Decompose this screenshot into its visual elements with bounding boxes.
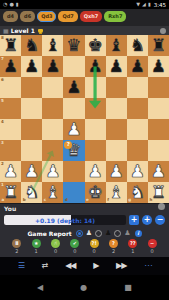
white-knight-g1: ♞ [130, 184, 145, 201]
square-h4[interactable] [148, 119, 169, 140]
black-moves-filter-radio[interactable] [95, 230, 102, 237]
increase-button[interactable]: + [142, 215, 152, 225]
storage-icon: ▮ [16, 2, 19, 7]
classification-brilliant[interactable]: ★1 [32, 239, 41, 254]
move-chip-rxh7[interactable]: Rxh7 [104, 11, 126, 22]
file-coordinate: b [23, 198, 26, 202]
white-pawn-e2: ♟ [87, 163, 102, 180]
white-rook-h1: ♜ [151, 184, 166, 201]
square-d4[interactable]: ♟ [63, 119, 84, 140]
mistake-count: 2 [112, 249, 115, 254]
fast-forward-button[interactable]: ▶▶ [116, 262, 126, 270]
great-count: 0 [54, 249, 57, 254]
square-a4[interactable]: 4 [0, 119, 21, 140]
square-b6[interactable] [21, 77, 42, 98]
file-coordinate: g [128, 198, 131, 202]
square-g6[interactable] [127, 77, 148, 98]
square-g8[interactable]: ♞ [127, 35, 148, 56]
android-nav-bar: ◀●■ [0, 275, 169, 300]
level-bar: ▦ Level 1 [0, 26, 169, 35]
player-row: You [0, 203, 169, 213]
square-b2[interactable]: ♟ [21, 161, 42, 182]
book-count: 2 [15, 249, 18, 254]
square-h2[interactable]: ♟ [148, 161, 169, 182]
blunder-count: 1 [131, 249, 134, 254]
black-bishop-f8: ♝ [109, 37, 124, 54]
move-chip-qd7[interactable]: Qd7 [58, 11, 77, 22]
rewind-button[interactable]: ◀◀ [65, 262, 75, 270]
square-g4[interactable] [127, 119, 148, 140]
black-bishop-c8: ♝ [45, 37, 60, 54]
white-pawn-f2: ♟ [109, 163, 124, 180]
evaluation-text: +0.19 (depth: 14) [4, 215, 126, 225]
square-a2[interactable]: 2♟ [0, 161, 21, 182]
book-icon: Ⅱ [12, 239, 21, 248]
square-b1[interactable]: b♞ [21, 182, 42, 203]
inaccuracy-count: 0 [93, 249, 96, 254]
blunder-icon: ?? [128, 239, 137, 248]
wifi-icon: ▼ [136, 2, 140, 7]
square-d7[interactable] [63, 56, 84, 77]
square-c3[interactable] [42, 140, 63, 161]
square-h6[interactable] [148, 77, 169, 98]
great-icon: ☝ [51, 239, 60, 248]
square-f7[interactable]: ♟ [106, 56, 127, 77]
black-pawn-a7: ♟ [3, 58, 18, 75]
square-a6[interactable]: 6 [0, 77, 21, 98]
square-d8[interactable]: ♛ [63, 35, 84, 56]
rank-coordinate: 4 [1, 120, 4, 124]
black-pawn-c7: ♟ [45, 58, 60, 75]
white-pawn-a2: ♟ [3, 163, 18, 180]
app-toolbar: ☰⇄◀◀▶▶▶⋯ [0, 257, 169, 275]
classification-best[interactable]: ✔0 [70, 239, 79, 254]
square-g7[interactable]: ♟ [127, 56, 148, 77]
square-f2[interactable]: ♟ [106, 161, 127, 182]
square-f6[interactable] [106, 77, 127, 98]
black-knight-g8: ♞ [130, 37, 145, 54]
square-h8[interactable]: ♜ [148, 35, 169, 56]
all-moves-filter-radio[interactable] [114, 230, 121, 237]
square-b5[interactable] [21, 98, 42, 119]
menu-button[interactable]: ☰ [18, 262, 24, 270]
chess-board: 8♜♞♝♛♚♝♞♜7♟♟♟♟♟♟♟6♟54♟3♛2♟♟♟♟♟♟♟1a♜b♞c♝d… [0, 35, 169, 203]
overlay-handle[interactable] [160, 28, 166, 34]
square-a5[interactable]: 5 [0, 98, 21, 119]
square-c2[interactable]: ♟ [42, 161, 63, 182]
status-notification-icons: ◔ ● ▮ [3, 2, 19, 7]
move-chip-qd3[interactable]: Qd3 [37, 11, 56, 22]
more-button[interactable]: ⋯ [144, 262, 151, 270]
white-king-e1: ♚ [87, 184, 102, 201]
all-moves-filter-pawn-icon: ♟ [124, 230, 130, 237]
square-d2[interactable] [63, 161, 84, 182]
black-queen-d8: ♛ [66, 37, 81, 54]
square-d6[interactable]: ♟ [63, 77, 84, 98]
signal-icon: ◢ [142, 2, 146, 7]
rank-coordinate: 5 [1, 99, 4, 103]
square-e7[interactable]: ♟ [85, 56, 106, 77]
classification-mistake[interactable]: ?2 [109, 239, 118, 254]
add-engine-button[interactable]: + [129, 215, 139, 225]
square-h1[interactable]: h♜ [148, 182, 169, 203]
black-king-e8: ♚ [87, 37, 102, 54]
white-knight-b1: ♞ [24, 184, 39, 201]
square-g2[interactable]: ♟ [127, 161, 148, 182]
square-f1[interactable]: f♝ [106, 182, 127, 203]
rank-coordinate: 8 [1, 36, 4, 40]
rank-coordinate: 6 [1, 78, 4, 82]
white-rook-a1: ♜ [3, 184, 18, 201]
square-c5[interactable] [42, 98, 63, 119]
back-button[interactable]: ◀ [37, 284, 43, 292]
file-coordinate: f [107, 198, 109, 202]
overlay-handle-2[interactable] [158, 203, 165, 210]
square-f8[interactable]: ♝ [106, 35, 127, 56]
square-f5[interactable] [106, 98, 127, 119]
black-knight-b8: ♞ [24, 37, 39, 54]
evaluation-bar: +0.19 (depth: 14) [4, 215, 126, 225]
rank-coordinate: 2 [1, 162, 4, 166]
square-c7[interactable]: ♟ [42, 56, 63, 77]
square-g1[interactable]: g♞ [127, 182, 148, 203]
white-pawn-c2: ♟ [45, 163, 60, 180]
replay-button[interactable]: ⇄ [42, 262, 48, 270]
square-h5[interactable] [148, 98, 169, 119]
black-pawn-f7: ♟ [109, 58, 124, 75]
white-pawn-h2: ♟ [151, 163, 166, 180]
square-c6[interactable] [42, 77, 63, 98]
clock-icon: ◔ [3, 2, 7, 7]
move-chip-qxh7[interactable]: Qxh7 [80, 11, 103, 22]
square-d1[interactable]: d [63, 182, 84, 203]
square-e2[interactable]: ♟ [85, 161, 106, 182]
move-chip-d6[interactable]: d6 [20, 11, 35, 22]
square-e1[interactable]: e♚ [85, 182, 106, 203]
rank-coordinate: 7 [1, 57, 4, 61]
square-a8[interactable]: 8♜ [0, 35, 21, 56]
square-g3[interactable] [127, 140, 148, 161]
report-filters: ♟♟♟ [76, 230, 131, 237]
recents-button[interactable]: ■ [124, 284, 132, 292]
game-report-header: Game Report ♟♟♟ i [0, 227, 169, 239]
decrease-button[interactable]: − [155, 215, 165, 225]
square-b3[interactable] [21, 140, 42, 161]
square-e5[interactable] [85, 98, 106, 119]
square-c8[interactable]: ♝ [42, 35, 63, 56]
white-bishop-c1: ♝ [45, 184, 60, 201]
report-classifications: Ⅱ2★1☝0✔0?!0?2??1−0 [0, 239, 169, 257]
black-rook-h8: ♜ [151, 37, 166, 54]
black-pawn-d6: ♟ [66, 79, 81, 96]
white-pawn-b2: ♟ [24, 163, 39, 180]
white-bishop-f1: ♝ [109, 184, 124, 201]
black-moves-filter-pawn-icon: ♟ [105, 230, 111, 237]
square-h3[interactable] [148, 140, 169, 161]
mistake-icon: ? [109, 239, 118, 248]
board-grid-icon: ▦ [3, 28, 9, 34]
square-h7[interactable]: ♟ [148, 56, 169, 77]
square-b8[interactable]: ♞ [21, 35, 42, 56]
move-chip-d4[interactable]: d4 [3, 11, 18, 22]
file-coordinate: a [2, 198, 5, 202]
white-moves-filter-radio[interactable] [76, 230, 83, 237]
inaccuracy-icon: ?! [90, 239, 99, 248]
level-label: Level 1 [11, 27, 35, 34]
black-pawn-g7: ♟ [130, 58, 145, 75]
square-e4[interactable] [85, 119, 106, 140]
square-d5[interactable] [63, 98, 84, 119]
dot-icon: ● [9, 2, 13, 7]
square-a3[interactable]: 3 [0, 140, 21, 161]
missed-win-icon: − [148, 239, 157, 248]
status-bar: ◔ ● ▮ ▼ ◢ ▮ 3:45 [0, 0, 169, 9]
missed-win-count: 0 [151, 249, 154, 254]
player-label: You [4, 205, 16, 212]
classification-book[interactable]: Ⅱ2 [12, 239, 21, 254]
board-grid: 8♜♞♝♛♚♝♞♜7♟♟♟♟♟♟♟6♟54♟3♛2♟♟♟♟♟♟♟1a♜b♞c♝d… [0, 35, 169, 203]
rank-coordinate: 1 [1, 183, 4, 187]
black-pawn-h7: ♟ [151, 58, 166, 75]
square-c1[interactable]: c♝ [42, 182, 63, 203]
move-list-chips: d4d6Qd3Qd7Qxh7Rxh7 [0, 9, 169, 23]
status-time: 3:45 [154, 2, 166, 8]
white-moves-filter-pawn-icon: ♟ [86, 230, 92, 237]
square-f3[interactable] [106, 140, 127, 161]
square-a1[interactable]: 1a♜ [0, 182, 21, 203]
brilliant-icon: ★ [32, 239, 41, 248]
square-f4[interactable] [106, 119, 127, 140]
game-report-title: Game Report [27, 230, 71, 237]
classification-missed-win[interactable]: −0 [148, 239, 157, 254]
rank-coordinate: 3 [1, 141, 4, 145]
home-button[interactable]: ● [80, 284, 87, 292]
square-e3[interactable] [85, 140, 106, 161]
file-coordinate: e [86, 198, 89, 202]
evaluation-buttons: ++− [129, 215, 165, 225]
square-e8[interactable]: ♚ [85, 35, 106, 56]
square-a7[interactable]: 7♟ [0, 56, 21, 77]
best-count: 0 [73, 249, 76, 254]
classification-inaccuracy[interactable]: ?!0 [90, 239, 99, 254]
square-b4[interactable] [21, 119, 42, 140]
square-e6[interactable] [85, 77, 106, 98]
file-coordinate: c [44, 198, 46, 202]
file-coordinate: h [149, 198, 152, 202]
square-b7[interactable]: ♟ [21, 56, 42, 77]
black-pawn-b7: ♟ [24, 58, 39, 75]
white-pawn-d4: ♟ [66, 121, 81, 138]
black-pawn-e7: ♟ [87, 58, 102, 75]
brilliant-count: 1 [35, 249, 38, 254]
phone-screen: ◔ ● ▮ ▼ ◢ ▮ 3:45 d4d6Qd3Qd7Qxh7Rxh7 ▦ Le… [0, 0, 169, 300]
best-icon: ✔ [70, 239, 79, 248]
evaluation-row: +0.19 (depth: 14) ++− [0, 213, 169, 227]
classification-blunder[interactable]: ??1 [128, 239, 137, 254]
black-rook-a8: ♜ [3, 37, 18, 54]
trophy-icon [38, 29, 43, 33]
white-pawn-g2: ♟ [130, 163, 145, 180]
file-coordinate: d [65, 198, 68, 202]
play-button[interactable]: ▶ [93, 262, 98, 270]
square-g5[interactable] [127, 98, 148, 119]
info-icon[interactable]: i [135, 230, 142, 237]
status-system-icons: ▼ ◢ ▮ 3:45 [136, 2, 166, 8]
square-c4[interactable] [42, 119, 63, 140]
classification-great[interactable]: ☝0 [51, 239, 60, 254]
battery-icon: ▮ [148, 2, 151, 7]
